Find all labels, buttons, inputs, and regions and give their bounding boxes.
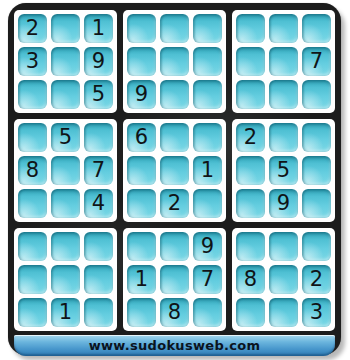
cell-r2c5[interactable] xyxy=(160,47,189,76)
cell-r8c9[interactable]: 2 xyxy=(302,265,331,294)
block-2: 9 xyxy=(123,10,226,113)
cell-r2c7[interactable] xyxy=(236,47,265,76)
block-4: 5874 xyxy=(14,119,117,222)
cell-r4c5[interactable] xyxy=(160,123,189,152)
cell-r1c8[interactable] xyxy=(269,14,298,43)
cell-r5c5[interactable] xyxy=(160,156,189,185)
cell-r5c8[interactable]: 5 xyxy=(269,156,298,185)
cell-r9c2[interactable]: 1 xyxy=(51,298,80,327)
cell-r6c2[interactable] xyxy=(51,189,80,218)
cell-r1c7[interactable] xyxy=(236,14,265,43)
block-6: 259 xyxy=(232,119,335,222)
cell-r3c1[interactable] xyxy=(18,80,47,109)
cell-r9c3[interactable] xyxy=(84,298,113,327)
block-7: 1 xyxy=(14,228,117,331)
cell-r1c4[interactable] xyxy=(127,14,156,43)
cell-r4c2[interactable]: 5 xyxy=(51,123,80,152)
cell-r2c9[interactable]: 7 xyxy=(302,47,331,76)
cell-r8c6[interactable]: 7 xyxy=(193,265,222,294)
cell-r6c3[interactable]: 4 xyxy=(84,189,113,218)
cell-r7c4[interactable] xyxy=(127,232,156,261)
cell-r3c6[interactable] xyxy=(193,80,222,109)
cell-r9c1[interactable] xyxy=(18,298,47,327)
sudoku-board: 2139597587461225919178823 xyxy=(14,10,335,331)
cell-r9c9[interactable]: 3 xyxy=(302,298,331,327)
block-3: 7 xyxy=(232,10,335,113)
cell-r8c5[interactable] xyxy=(160,265,189,294)
footer-banner: www.sudokusweb.com xyxy=(14,335,335,356)
cell-r7c7[interactable] xyxy=(236,232,265,261)
cell-r6c4[interactable] xyxy=(127,189,156,218)
cell-r6c9[interactable] xyxy=(302,189,331,218)
cell-r5c1[interactable]: 8 xyxy=(18,156,47,185)
cell-r3c8[interactable] xyxy=(269,80,298,109)
website-link[interactable]: www.sudokusweb.com xyxy=(89,338,261,353)
cell-r7c3[interactable] xyxy=(84,232,113,261)
cell-r8c8[interactable] xyxy=(269,265,298,294)
cell-r8c7[interactable]: 8 xyxy=(236,265,265,294)
cell-r9c8[interactable] xyxy=(269,298,298,327)
block-5: 612 xyxy=(123,119,226,222)
cell-r2c4[interactable] xyxy=(127,47,156,76)
cell-r3c3[interactable]: 5 xyxy=(84,80,113,109)
cell-r5c9[interactable] xyxy=(302,156,331,185)
sudoku-frame: 2139597587461225919178823 www.sudokusweb… xyxy=(8,3,341,355)
block-9: 823 xyxy=(232,228,335,331)
cell-r3c4[interactable]: 9 xyxy=(127,80,156,109)
cell-r2c3[interactable]: 9 xyxy=(84,47,113,76)
cell-r7c2[interactable] xyxy=(51,232,80,261)
cell-r6c1[interactable] xyxy=(18,189,47,218)
cell-r6c8[interactable]: 9 xyxy=(269,189,298,218)
cell-r9c6[interactable] xyxy=(193,298,222,327)
cell-r1c3[interactable]: 1 xyxy=(84,14,113,43)
cell-r7c5[interactable] xyxy=(160,232,189,261)
cell-r7c1[interactable] xyxy=(18,232,47,261)
cell-r7c8[interactable] xyxy=(269,232,298,261)
cell-r5c4[interactable] xyxy=(127,156,156,185)
cell-r5c6[interactable]: 1 xyxy=(193,156,222,185)
cell-r7c9[interactable] xyxy=(302,232,331,261)
cell-r1c9[interactable] xyxy=(302,14,331,43)
cell-r6c7[interactable] xyxy=(236,189,265,218)
cell-r3c5[interactable] xyxy=(160,80,189,109)
cell-r8c4[interactable]: 1 xyxy=(127,265,156,294)
cell-r5c2[interactable] xyxy=(51,156,80,185)
cell-r4c8[interactable] xyxy=(269,123,298,152)
cell-r2c8[interactable] xyxy=(269,47,298,76)
cell-r1c1[interactable]: 2 xyxy=(18,14,47,43)
cell-r4c6[interactable] xyxy=(193,123,222,152)
cell-r5c7[interactable] xyxy=(236,156,265,185)
cell-r4c7[interactable]: 2 xyxy=(236,123,265,152)
cell-r2c2[interactable] xyxy=(51,47,80,76)
cell-r1c2[interactable] xyxy=(51,14,80,43)
cell-r9c7[interactable] xyxy=(236,298,265,327)
cell-r9c4[interactable] xyxy=(127,298,156,327)
cell-r3c9[interactable] xyxy=(302,80,331,109)
cell-r6c5[interactable]: 2 xyxy=(160,189,189,218)
cell-r8c1[interactable] xyxy=(18,265,47,294)
cell-r8c3[interactable] xyxy=(84,265,113,294)
cell-r4c9[interactable] xyxy=(302,123,331,152)
cell-r2c1[interactable]: 3 xyxy=(18,47,47,76)
cell-r5c3[interactable]: 7 xyxy=(84,156,113,185)
cell-r3c7[interactable] xyxy=(236,80,265,109)
cell-r3c2[interactable] xyxy=(51,80,80,109)
cell-r4c3[interactable] xyxy=(84,123,113,152)
cell-r9c5[interactable]: 8 xyxy=(160,298,189,327)
block-8: 9178 xyxy=(123,228,226,331)
cell-r7c6[interactable]: 9 xyxy=(193,232,222,261)
cell-r8c2[interactable] xyxy=(51,265,80,294)
cell-r6c6[interactable] xyxy=(193,189,222,218)
cell-r4c4[interactable]: 6 xyxy=(127,123,156,152)
cell-r4c1[interactable] xyxy=(18,123,47,152)
cell-r1c5[interactable] xyxy=(160,14,189,43)
cell-r2c6[interactable] xyxy=(193,47,222,76)
page: 2139597587461225919178823 www.sudokusweb… xyxy=(0,0,350,360)
block-1: 21395 xyxy=(14,10,117,113)
cell-r1c6[interactable] xyxy=(193,14,222,43)
